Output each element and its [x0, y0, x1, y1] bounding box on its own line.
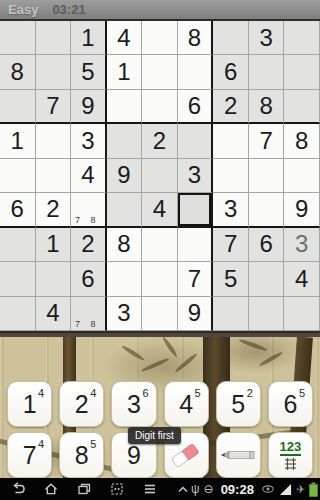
sudoku-cell-r7c8[interactable]: 6: [249, 228, 285, 262]
sudoku-cell-r8c5[interactable]: [142, 262, 178, 296]
recents-icon[interactable]: [76, 481, 92, 497]
bamboo-leaf: [238, 338, 268, 352]
bamboo-leaf: [259, 351, 284, 367]
user-digit: 3: [295, 230, 308, 258]
status-icons: ψ ⊖ 09:28 ✈: [191, 482, 318, 497]
given-digit: 4: [153, 195, 166, 223]
digit-label: 2: [75, 392, 89, 417]
digit-button-6[interactable]: 65: [268, 381, 313, 427]
sudoku-cell-r8c9[interactable]: 4: [284, 262, 320, 296]
sudoku-cell-r4c8[interactable]: 7: [249, 124, 285, 158]
back-icon[interactable]: [10, 481, 26, 497]
given-digit: 4: [117, 24, 130, 52]
given-digit: 9: [188, 299, 201, 327]
given-digit: 6: [224, 58, 237, 86]
sudoku-cell-r7c1[interactable]: [0, 228, 36, 262]
sudoku-cell-r7c7[interactable]: 7: [213, 228, 249, 262]
digit-label: 9: [127, 443, 141, 468]
sudoku-cell-r7c2[interactable]: 1: [36, 228, 72, 262]
given-digit: 3: [224, 195, 237, 223]
sudoku-cell-r1c2[interactable]: [36, 21, 72, 55]
nav-buttons: [10, 481, 191, 497]
pencil-marks: 7 8: [75, 319, 100, 329]
sudoku-cell-r7c9[interactable]: 3: [284, 228, 320, 262]
given-digit: 7: [259, 127, 272, 155]
sudoku-cell-r1c8[interactable]: 3: [249, 21, 285, 55]
given-digit: 2: [153, 127, 166, 155]
pencil-button[interactable]: [216, 432, 261, 478]
given-digit: 5: [224, 265, 237, 293]
sudoku-cell-r3c6[interactable]: 6: [178, 90, 214, 124]
sudoku-cell-r9c2[interactable]: 4: [36, 297, 72, 331]
digit-count-badge: 4: [38, 387, 44, 399]
digit-count-badge: 5: [90, 438, 96, 450]
sudoku-cell-r3c1[interactable]: [0, 90, 36, 124]
status-clock[interactable]: 09:28: [221, 482, 254, 497]
digit-button-1[interactable]: 14: [7, 381, 52, 427]
sudoku-cell-r8c1[interactable]: [0, 262, 36, 296]
sudoku-cell-r2c2[interactable]: [36, 55, 72, 89]
sudoku-cell-r2c4[interactable]: 1: [107, 55, 143, 89]
digit-count-badge: 2: [247, 387, 253, 399]
given-digit: 6: [188, 92, 201, 120]
sudoku-cell-r8c2[interactable]: [36, 262, 72, 296]
sudoku-cell-r8c8[interactable]: [249, 262, 285, 296]
given-digit: 9: [295, 195, 308, 223]
given-digit: 1: [117, 58, 130, 86]
sudoku-cell-r3c7[interactable]: 2: [213, 90, 249, 124]
digit-count-badge: 4: [90, 387, 96, 399]
given-digit: 8: [188, 24, 201, 52]
sudoku-cell-r2c5[interactable]: [142, 55, 178, 89]
sudoku-cell-r7c5[interactable]: [142, 228, 178, 262]
sudoku-cell-r5c4[interactable]: 9: [107, 159, 143, 193]
given-digit: 8: [117, 230, 130, 258]
input-mode-button[interactable]: 123: [268, 432, 313, 478]
menu-icon[interactable]: [142, 481, 158, 497]
digit-count-badge: 5: [299, 387, 305, 399]
sudoku-cell-r6c5[interactable]: 4: [142, 193, 178, 227]
given-digit: 6: [81, 265, 94, 293]
sudoku-cell-r6c2[interactable]: 2: [36, 193, 72, 227]
sudoku-cell-r2c7[interactable]: 6: [213, 55, 249, 89]
capture-icon[interactable]: [109, 481, 125, 497]
sudoku-cell-r6c9[interactable]: 9: [284, 193, 320, 227]
blocking-mode-icon: ⊖: [204, 483, 214, 495]
digit-button-7[interactable]: 74: [7, 432, 52, 478]
sudoku-cell-r2c1[interactable]: 8: [0, 55, 36, 89]
sudoku-cell-r5c1[interactable]: [0, 159, 36, 193]
sudoku-cell-r3c3[interactable]: 9: [71, 90, 107, 124]
digit-label: 4: [179, 392, 193, 417]
sudoku-cell-r9c5[interactable]: [142, 297, 178, 331]
sudoku-cell-r5c5[interactable]: [142, 159, 178, 193]
difficulty-label: Easy: [8, 2, 38, 17]
sudoku-cell-r4c7[interactable]: [213, 124, 249, 158]
smart-stay-icon: [261, 483, 275, 495]
given-digit: 6: [11, 195, 24, 223]
given-digit: 8: [259, 92, 272, 120]
digit-button-8[interactable]: 85: [59, 432, 104, 478]
digit-label: 8: [75, 443, 89, 468]
sudoku-cell-r7c6[interactable]: [178, 228, 214, 262]
sudoku-cell-r1c4[interactable]: 4: [107, 21, 143, 55]
sudoku-grid[interactable]: 148385167962813278493627 843912876367544…: [0, 21, 320, 333]
sudoku-cell-r3c5[interactable]: [142, 90, 178, 124]
sudoku-cell-r5c6[interactable]: 3: [178, 159, 214, 193]
digit-label: 3: [127, 392, 141, 417]
sudoku-cell-r3c2[interactable]: 7: [36, 90, 72, 124]
sudoku-cell-r8c7[interactable]: 5: [213, 262, 249, 296]
given-digit: 8: [11, 58, 24, 86]
sudoku-cell-r1c3[interactable]: 1: [71, 21, 107, 55]
sudoku-cell-r3c8[interactable]: 8: [249, 90, 285, 124]
sudoku-cell-r4c4[interactable]: [107, 124, 143, 158]
sudoku-cell-r2c6[interactable]: [178, 55, 214, 89]
sudoku-cell-r4c6[interactable]: [178, 124, 214, 158]
given-digit: 3: [259, 24, 272, 52]
sudoku-cell-r1c7[interactable]: [213, 21, 249, 55]
digit-count-badge: 6: [142, 387, 148, 399]
signal-icon: [279, 483, 292, 496]
navigation-bar: ψ ⊖ 09:28 ✈: [0, 478, 320, 500]
given-digit: 8: [295, 127, 308, 155]
digit-label: 1: [23, 392, 37, 417]
keypad-tray: 142436455265 74859 123: [0, 333, 320, 478]
sudoku-cell-r1c6[interactable]: 8: [178, 21, 214, 55]
digit-first-tooltip: Digit first: [128, 427, 181, 444]
digit-label: 6: [283, 392, 297, 417]
sudoku-cell-r9c7[interactable]: [213, 297, 249, 331]
sudoku-cell-r8c6[interactable]: 7: [178, 262, 214, 296]
sudoku-cell-r5c9[interactable]: [284, 159, 320, 193]
given-digit: 5: [81, 58, 94, 86]
usb-icon: ψ: [191, 483, 200, 495]
sudoku-cell-r6c7[interactable]: 3: [213, 193, 249, 227]
bamboo-leaf: [161, 336, 178, 358]
digit-button-4[interactable]: 45: [164, 381, 209, 427]
pencil-marks: 7 8: [75, 215, 100, 225]
sudoku-cell-r9c1[interactable]: [0, 297, 36, 331]
given-digit: 6: [259, 230, 272, 258]
given-digit: 2: [46, 195, 59, 223]
given-digit: 9: [117, 161, 130, 189]
sudoku-cell-r8c3[interactable]: 6: [71, 262, 107, 296]
sudoku-cell-r4c9[interactable]: 8: [284, 124, 320, 158]
given-digit: 4: [81, 161, 94, 189]
digit-label: 5: [231, 392, 245, 417]
sudoku-cell-r6c8[interactable]: [249, 193, 285, 227]
digit-button-2[interactable]: 24: [59, 381, 104, 427]
digit-button-5[interactable]: 52: [216, 381, 261, 427]
given-digit: 1: [81, 24, 94, 52]
sudoku-cell-r6c1[interactable]: 6: [0, 193, 36, 227]
home-icon[interactable]: [43, 481, 59, 497]
given-digit: 1: [46, 230, 59, 258]
given-digit: 9: [81, 92, 94, 120]
sudoku-cell-r9c4[interactable]: 3: [107, 297, 143, 331]
bamboo-leaf: [174, 352, 198, 373]
given-digit: 2: [81, 230, 94, 258]
given-digit: 1: [11, 127, 24, 155]
sudoku-cell-r3c9[interactable]: [284, 90, 320, 124]
sudoku-cell-r9c9[interactable]: [284, 297, 320, 331]
sudoku-cell-r4c3[interactable]: 3: [71, 124, 107, 158]
bamboo-leaf: [121, 344, 145, 361]
sudoku-cell-r7c4[interactable]: 8: [107, 228, 143, 262]
digit-count-badge: 5: [195, 387, 201, 399]
sudoku-cell-r4c1[interactable]: 1: [0, 124, 36, 158]
sudoku-cell-r6c6[interactable]: [178, 193, 214, 227]
sudoku-cell-r5c3[interactable]: 4: [71, 159, 107, 193]
timer: 03:21: [52, 2, 85, 17]
digit-count-badge: 4: [38, 438, 44, 450]
sudoku-cell-r9c3[interactable]: 7 8: [71, 297, 107, 331]
sudoku-cell-r6c3[interactable]: 7 8: [71, 193, 107, 227]
sudoku-cell-r9c8[interactable]: [249, 297, 285, 331]
chevron-up-icon[interactable]: [175, 481, 191, 497]
sudoku-cell-r9c6[interactable]: 9: [178, 297, 214, 331]
eraser-icon: [169, 440, 203, 470]
sudoku-cell-r1c5[interactable]: [142, 21, 178, 55]
pencil-icon: [220, 449, 256, 461]
sudoku-cell-r5c8[interactable]: [249, 159, 285, 193]
keypad-row-1: 142436455265: [0, 381, 320, 427]
sudoku-cell-r5c2[interactable]: [36, 159, 72, 193]
given-digit: 3: [188, 161, 201, 189]
sudoku-cell-r2c3[interactable]: 5: [71, 55, 107, 89]
sudoku-cell-r3c4[interactable]: [107, 90, 143, 124]
sudoku-cell-r4c5[interactable]: 2: [142, 124, 178, 158]
digit-button-3[interactable]: 36: [111, 381, 156, 427]
app-bar: Easy 03:21: [0, 0, 320, 21]
bamboo-leaf: [140, 357, 169, 373]
given-digit: 3: [81, 127, 94, 155]
battery-icon: [309, 482, 318, 497]
given-digit: 4: [46, 299, 59, 327]
sudoku-cell-r7c3[interactable]: 2: [71, 228, 107, 262]
digit-label: 7: [23, 443, 37, 468]
given-digit: 7: [224, 230, 237, 258]
sudoku-cell-r1c9[interactable]: [284, 21, 320, 55]
given-digit: 7: [188, 265, 201, 293]
given-digit: 3: [117, 299, 130, 327]
sudoku-cell-r5c7[interactable]: [213, 159, 249, 193]
grid-icon: [283, 458, 298, 470]
sudoku-cell-r4c2[interactable]: [36, 124, 72, 158]
given-digit: 7: [46, 92, 59, 120]
sudoku-cell-r6c4[interactable]: [107, 193, 143, 227]
mode-123-label: 123: [280, 440, 302, 456]
sudoku-cell-r2c8[interactable]: [249, 55, 285, 89]
given-digit: 4: [295, 265, 308, 293]
sudoku-cell-r1c1[interactable]: [0, 21, 36, 55]
sudoku-cell-r8c4[interactable]: [107, 262, 143, 296]
given-digit: 2: [224, 92, 237, 120]
airplane-icon: ✈: [296, 483, 305, 496]
sudoku-cell-r2c9[interactable]: [284, 55, 320, 89]
